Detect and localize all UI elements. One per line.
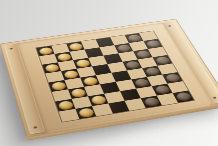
screw-icon (33, 126, 37, 129)
checker-dark[interactable] (175, 92, 192, 102)
screw-icon (10, 48, 13, 50)
board-grid (35, 30, 195, 122)
checker-light[interactable] (77, 107, 94, 118)
screw-icon (168, 25, 171, 27)
screw-icon (213, 97, 217, 99)
photo-background (0, 0, 218, 146)
